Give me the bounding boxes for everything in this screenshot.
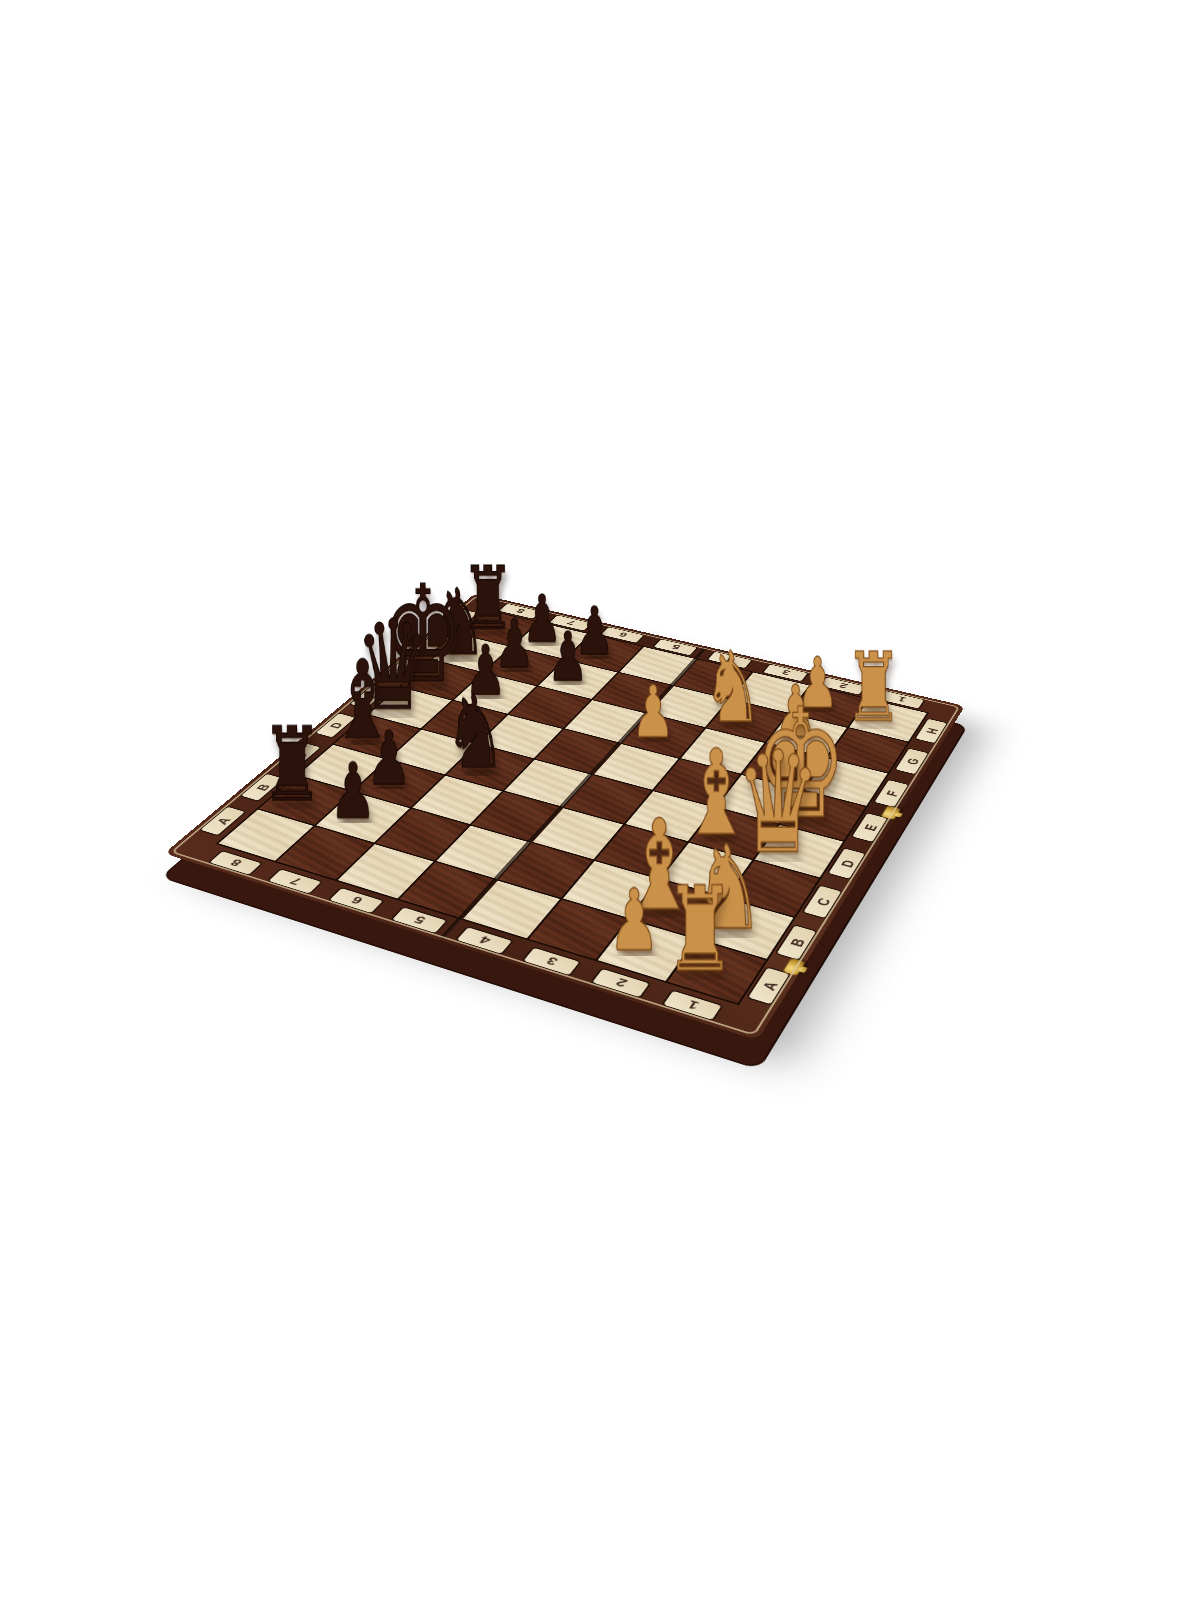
square[interactable] [337,844,433,899]
chess-board-wrap: AA11BB22CC33DD44EE55FF66GG77HH88♜♞♛♚♜♟♝♝… [164,593,965,1040]
square[interactable] [277,826,373,879]
square[interactable] [412,776,502,825]
square[interactable] [376,809,469,860]
square[interactable] [436,826,529,879]
product-photo-page: AA11BB22CC33DD44EE55FF66GG77HH88♜♞♛♚♜♟♝♝… [0,0,1200,1600]
board-scene: AA11BB22CC33DD44EE55FF66GG77HH88♜♞♛♚♜♟♝♝… [0,0,1200,1600]
file-label: B [777,925,816,959]
square[interactable] [499,843,593,897]
square[interactable] [532,808,623,859]
chess-board[interactable]: AA11BB22CC33DD44EE55FF66GG77HH88♜♞♛♚♜♟♝♝… [164,593,965,1040]
file-label: D [829,848,865,878]
square[interactable] [471,792,561,842]
